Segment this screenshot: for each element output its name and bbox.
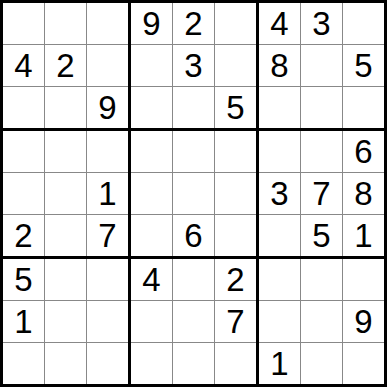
cell-r8c7[interactable]: [259, 301, 300, 342]
box-1-1: 429: [3, 3, 128, 128]
cell-r7c8[interactable]: [301, 259, 342, 300]
sudoku-board: 4299235438512766378515142791: [0, 0, 387, 387]
cell-r3c3[interactable]: 9: [87, 87, 128, 128]
cell-r6c3[interactable]: 7: [87, 215, 128, 256]
cell-r4c7[interactable]: [259, 131, 300, 172]
cell-r9c9[interactable]: [343, 343, 384, 384]
cell-r8c9[interactable]: 9: [343, 301, 384, 342]
cell-r8c5[interactable]: [173, 301, 214, 342]
box-1-2: 9235: [131, 3, 256, 128]
cell-r2c3[interactable]: [87, 45, 128, 86]
box-2-3: 637851: [259, 131, 384, 256]
cell-r6c7[interactable]: [259, 215, 300, 256]
cell-r9c7[interactable]: 1: [259, 343, 300, 384]
cell-r9c2[interactable]: [45, 343, 86, 384]
cell-r4c5[interactable]: [173, 131, 214, 172]
cell-r2c1[interactable]: 4: [3, 45, 44, 86]
cell-r6c2[interactable]: [45, 215, 86, 256]
box-3-3: 91: [259, 259, 384, 384]
cell-r7c2[interactable]: [45, 259, 86, 300]
cell-r9c3[interactable]: [87, 343, 128, 384]
box-2-1: 127: [3, 131, 128, 256]
cell-r9c4[interactable]: [131, 343, 172, 384]
cell-r9c8[interactable]: [301, 343, 342, 384]
cell-r3c5[interactable]: [173, 87, 214, 128]
cell-r4c1[interactable]: [3, 131, 44, 172]
cell-r5c9[interactable]: 8: [343, 173, 384, 214]
cell-r7c4[interactable]: 4: [131, 259, 172, 300]
cell-r7c9[interactable]: [343, 259, 384, 300]
cell-r5c3[interactable]: 1: [87, 173, 128, 214]
cell-r8c6[interactable]: 7: [215, 301, 256, 342]
cell-r5c8[interactable]: 7: [301, 173, 342, 214]
cell-r7c6[interactable]: 2: [215, 259, 256, 300]
cell-r1c1[interactable]: [3, 3, 44, 44]
cell-r8c4[interactable]: [131, 301, 172, 342]
cell-r3c7[interactable]: [259, 87, 300, 128]
cell-r7c7[interactable]: [259, 259, 300, 300]
cell-r8c1[interactable]: 1: [3, 301, 44, 342]
box-3-2: 427: [131, 259, 256, 384]
cell-r5c5[interactable]: [173, 173, 214, 214]
box-2-2: 6: [131, 131, 256, 256]
cell-r5c2[interactable]: [45, 173, 86, 214]
cell-r1c7[interactable]: 4: [259, 3, 300, 44]
cell-r5c6[interactable]: [215, 173, 256, 214]
cell-r6c6[interactable]: [215, 215, 256, 256]
cell-r9c1[interactable]: [3, 343, 44, 384]
cell-r1c3[interactable]: [87, 3, 128, 44]
cell-r1c9[interactable]: [343, 3, 384, 44]
cell-r3c1[interactable]: [3, 87, 44, 128]
box-1-3: 4385: [259, 3, 384, 128]
cell-r6c4[interactable]: [131, 215, 172, 256]
cell-r3c6[interactable]: 5: [215, 87, 256, 128]
cell-r4c2[interactable]: [45, 131, 86, 172]
cell-r7c1[interactable]: 5: [3, 259, 44, 300]
cell-r4c9[interactable]: 6: [343, 131, 384, 172]
cell-r8c8[interactable]: [301, 301, 342, 342]
cell-r4c4[interactable]: [131, 131, 172, 172]
cell-r6c8[interactable]: 5: [301, 215, 342, 256]
cell-r8c3[interactable]: [87, 301, 128, 342]
cell-r1c4[interactable]: 9: [131, 3, 172, 44]
cell-r8c2[interactable]: [45, 301, 86, 342]
cell-r1c5[interactable]: 2: [173, 3, 214, 44]
cell-r2c2[interactable]: 2: [45, 45, 86, 86]
cell-r3c4[interactable]: [131, 87, 172, 128]
cell-r5c4[interactable]: [131, 173, 172, 214]
cell-r1c6[interactable]: [215, 3, 256, 44]
cell-r5c1[interactable]: [3, 173, 44, 214]
cell-r5c7[interactable]: 3: [259, 173, 300, 214]
cell-r2c6[interactable]: [215, 45, 256, 86]
cell-r3c9[interactable]: [343, 87, 384, 128]
cell-r3c2[interactable]: [45, 87, 86, 128]
cell-r4c3[interactable]: [87, 131, 128, 172]
cell-r2c4[interactable]: [131, 45, 172, 86]
cell-r6c9[interactable]: 1: [343, 215, 384, 256]
cell-r4c8[interactable]: [301, 131, 342, 172]
cell-r4c6[interactable]: [215, 131, 256, 172]
cell-r7c5[interactable]: [173, 259, 214, 300]
cell-r2c7[interactable]: 8: [259, 45, 300, 86]
cell-r6c5[interactable]: 6: [173, 215, 214, 256]
cell-r3c8[interactable]: [301, 87, 342, 128]
cell-r2c5[interactable]: 3: [173, 45, 214, 86]
cell-r1c2[interactable]: [45, 3, 86, 44]
cell-r1c8[interactable]: 3: [301, 3, 342, 44]
cell-r2c8[interactable]: [301, 45, 342, 86]
cell-r6c1[interactable]: 2: [3, 215, 44, 256]
cell-r7c3[interactable]: [87, 259, 128, 300]
cell-r9c5[interactable]: [173, 343, 214, 384]
box-3-1: 51: [3, 259, 128, 384]
cell-r2c9[interactable]: 5: [343, 45, 384, 86]
cell-r9c6[interactable]: [215, 343, 256, 384]
